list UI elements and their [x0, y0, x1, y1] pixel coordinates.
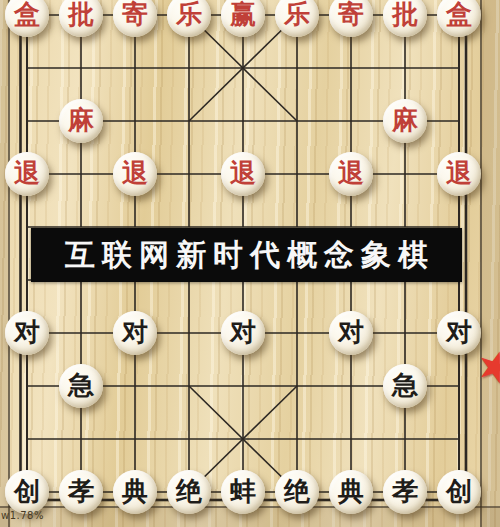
xiangqi-piece-black-r9c6[interactable]: 典	[329, 470, 373, 514]
piece-character: 对	[14, 319, 40, 345]
xiangqi-piece-black-r9c7[interactable]: 孝	[383, 470, 427, 514]
piece-character: 退	[230, 160, 256, 186]
piece-character: 对	[446, 319, 472, 345]
piece-character: 绝	[284, 478, 310, 504]
xiangqi-piece-red-r0c4[interactable]: 赢	[221, 0, 265, 37]
piece-character: 退	[446, 160, 472, 186]
piece-character: 急	[68, 372, 94, 398]
piece-character: 对	[338, 319, 364, 345]
piece-character: 盒	[14, 1, 40, 27]
piece-character: 典	[338, 478, 364, 504]
piece-character: 退	[14, 160, 40, 186]
xiangqi-piece-black-r9c1[interactable]: 孝	[59, 470, 103, 514]
piece-character: 绝	[176, 478, 202, 504]
piece-character: 退	[122, 160, 148, 186]
board-right-edge	[481, 0, 500, 527]
piece-character: 蚌	[230, 478, 256, 504]
xiangqi-piece-black-r9c5[interactable]: 绝	[275, 470, 319, 514]
xiangqi-piece-black-r9c8[interactable]: 创	[437, 470, 481, 514]
xiangqi-piece-red-r3c0[interactable]: 退	[5, 152, 49, 196]
piece-character: 急	[392, 372, 418, 398]
xiangqi-piece-red-r0c7[interactable]: 批	[383, 0, 427, 37]
piece-character: 寄	[338, 1, 364, 27]
xiangqi-piece-black-r6c4[interactable]: 对	[221, 311, 265, 355]
xiangqi-piece-red-r0c3[interactable]: 乐	[167, 0, 211, 37]
xiangqi-piece-red-r3c8[interactable]: 退	[437, 152, 481, 196]
red-star-icon: ★	[470, 341, 500, 393]
piece-character: 批	[68, 1, 94, 27]
xiangqi-piece-black-r9c3[interactable]: 绝	[167, 470, 211, 514]
piece-character: 对	[122, 319, 148, 345]
piece-character: 盒	[446, 1, 472, 27]
xiangqi-piece-red-r0c5[interactable]: 乐	[275, 0, 319, 37]
xiangqi-piece-black-r7c1[interactable]: 急	[59, 364, 103, 408]
xiangqi-piece-red-r2c7[interactable]: 麻	[383, 99, 427, 143]
xiangqi-piece-red-r0c0[interactable]: 盒	[5, 0, 49, 37]
piece-character: 创	[14, 478, 40, 504]
xiangqi-piece-black-r9c2[interactable]: 典	[113, 470, 157, 514]
xiangqi-piece-red-r0c6[interactable]: 寄	[329, 0, 373, 37]
piece-character: 乐	[284, 1, 310, 27]
xiangqi-piece-red-r3c2[interactable]: 退	[113, 152, 157, 196]
xiangqi-piece-black-r6c6[interactable]: 对	[329, 311, 373, 355]
river-banner: 互联网新时代概念象棋	[31, 228, 462, 282]
watermark-text: w1.78%	[1, 510, 44, 521]
xiangqi-board: 盒批寄乐赢乐寄批盒麻麻退退退退退对对对对对急急创孝典绝蚌绝典孝创 互联网新时代概…	[0, 0, 500, 527]
piece-character: 对	[230, 319, 256, 345]
piece-character: 创	[446, 478, 472, 504]
xiangqi-piece-red-r0c1[interactable]: 批	[59, 0, 103, 37]
river-banner-text: 互联网新时代概念象棋	[58, 235, 435, 276]
piece-character: 孝	[392, 478, 418, 504]
xiangqi-piece-black-r7c7[interactable]: 急	[383, 364, 427, 408]
xiangqi-piece-black-r6c0[interactable]: 对	[5, 311, 49, 355]
xiangqi-piece-black-r6c2[interactable]: 对	[113, 311, 157, 355]
piece-character: 典	[122, 478, 148, 504]
xiangqi-piece-red-r3c4[interactable]: 退	[221, 152, 265, 196]
piece-character: 寄	[122, 1, 148, 27]
xiangqi-piece-black-r6c8[interactable]: 对	[437, 311, 481, 355]
piece-character: 孝	[68, 478, 94, 504]
board-left-edge	[0, 0, 9, 527]
piece-character: 退	[338, 160, 364, 186]
piece-character: 麻	[392, 107, 418, 133]
xiangqi-piece-black-r9c4[interactable]: 蚌	[221, 470, 265, 514]
xiangqi-piece-red-r3c6[interactable]: 退	[329, 152, 373, 196]
piece-character: 麻	[68, 107, 94, 133]
xiangqi-piece-red-r0c2[interactable]: 寄	[113, 0, 157, 37]
xiangqi-piece-red-r0c8[interactable]: 盒	[437, 0, 481, 37]
piece-character: 批	[392, 1, 418, 27]
xiangqi-piece-red-r2c1[interactable]: 麻	[59, 99, 103, 143]
xiangqi-piece-black-r9c0[interactable]: 创	[5, 470, 49, 514]
piece-character: 乐	[176, 1, 202, 27]
piece-character: 赢	[230, 1, 256, 27]
